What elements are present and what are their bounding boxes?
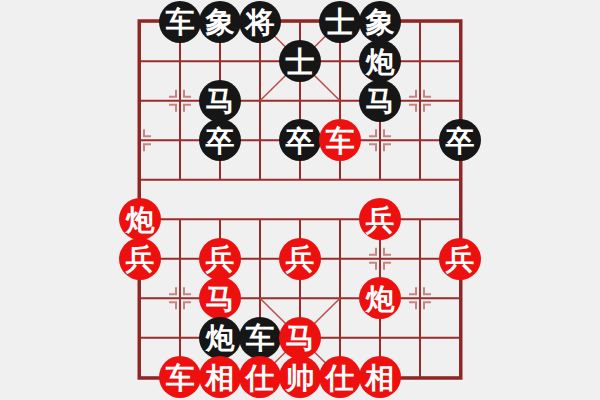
red-general[interactable]: 帅: [279, 356, 321, 398]
piece-glyph: 相: [206, 364, 235, 393]
red-pawn[interactable]: 兵: [439, 238, 481, 280]
piece-glyph: 帅: [286, 364, 315, 393]
red-elephant[interactable]: 相: [199, 356, 241, 398]
black-chariot[interactable]: 车: [159, 1, 201, 43]
black-pawn[interactable]: 卒: [199, 119, 241, 161]
piece-glyph: 象: [206, 8, 235, 37]
piece-glyph: 车: [246, 324, 275, 353]
red-advisor[interactable]: 仕: [239, 356, 281, 398]
piece-glyph: 马: [286, 324, 315, 353]
black-elephant[interactable]: 象: [199, 1, 241, 43]
black-cannon[interactable]: 炮: [359, 40, 401, 82]
piece-glyph: 象: [366, 8, 395, 37]
piece-glyph: 车: [166, 8, 195, 37]
piece-glyph: 兵: [126, 245, 155, 274]
red-pawn[interactable]: 兵: [199, 238, 241, 280]
black-pawn[interactable]: 卒: [439, 119, 481, 161]
piece-glyph: 将: [246, 8, 275, 37]
red-pawn[interactable]: 兵: [119, 238, 161, 280]
black-cannon[interactable]: 炮: [199, 317, 241, 359]
piece-glyph: 相: [366, 364, 395, 393]
red-advisor[interactable]: 仕: [319, 356, 361, 398]
black-elephant[interactable]: 象: [359, 1, 401, 43]
piece-glyph: 马: [206, 285, 235, 314]
black-pawn[interactable]: 卒: [279, 119, 321, 161]
piece-glyph: 马: [366, 87, 395, 116]
piece-glyph: 卒: [206, 127, 235, 156]
piece-glyph: 仕: [246, 364, 275, 393]
piece-glyph: 士: [326, 8, 355, 37]
piece-glyph: 炮: [366, 48, 395, 77]
black-horse[interactable]: 马: [359, 80, 401, 122]
piece-glyph: 士: [286, 48, 315, 77]
piece-glyph: 炮: [206, 324, 235, 353]
red-elephant[interactable]: 相: [359, 356, 401, 398]
piece-glyph: 车: [326, 127, 355, 156]
piece-glyph: 车: [166, 364, 195, 393]
piece-glyph: 兵: [206, 245, 235, 274]
black-horse[interactable]: 马: [199, 80, 241, 122]
piece-glyph: 卒: [446, 127, 475, 156]
xiangqi-board: 车象将士象士炮马马卒卒车卒炮兵兵兵兵兵马炮炮车马车相仕帅仕相: [0, 0, 600, 400]
piece-glyph: 兵: [446, 245, 475, 274]
black-general[interactable]: 将: [239, 1, 281, 43]
red-pawn[interactable]: 兵: [279, 238, 321, 280]
piece-glyph: 仕: [326, 364, 355, 393]
piece-glyph: 兵: [286, 245, 315, 274]
piece-glyph: 马: [206, 87, 235, 116]
red-horse[interactable]: 马: [199, 277, 241, 319]
red-cannon[interactable]: 炮: [119, 198, 161, 240]
black-chariot[interactable]: 车: [239, 317, 281, 359]
red-chariot[interactable]: 车: [159, 356, 201, 398]
black-advisor[interactable]: 士: [319, 1, 361, 43]
piece-glyph: 兵: [366, 206, 395, 235]
red-pawn[interactable]: 兵: [359, 198, 401, 240]
red-chariot[interactable]: 车: [319, 119, 361, 161]
piece-glyph: 炮: [126, 206, 155, 235]
black-advisor[interactable]: 士: [279, 40, 321, 82]
red-horse[interactable]: 马: [279, 317, 321, 359]
piece-glyph: 卒: [286, 127, 315, 156]
piece-glyph: 炮: [366, 285, 395, 314]
piece-layer: 车象将士象士炮马马卒卒车卒炮兵兵兵兵兵马炮炮车马车相仕帅仕相: [120, 2, 480, 397]
red-cannon[interactable]: 炮: [359, 277, 401, 319]
